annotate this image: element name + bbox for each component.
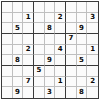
cell-r2c7-empty[interactable]: [66, 13, 77, 24]
cell-r6c9-empty[interactable]: [87, 55, 98, 66]
cell-r9c2-given-9[interactable]: 9: [13, 87, 24, 98]
cell-r5c8-empty[interactable]: [77, 45, 88, 56]
cell-r5c6-given-4[interactable]: 4: [55, 45, 66, 56]
cell-r6c7-empty[interactable]: [66, 55, 77, 66]
cell-r6c1-empty[interactable]: [2, 55, 13, 66]
cell-r6c3-empty[interactable]: [23, 55, 34, 66]
cell-r7c5-empty[interactable]: [45, 66, 56, 77]
cell-r5c5-empty[interactable]: [45, 45, 56, 56]
cell-r7c2-empty[interactable]: [13, 66, 24, 77]
cell-r7c9-empty[interactable]: [87, 66, 98, 77]
cell-r9c8-given-8[interactable]: 8: [77, 87, 88, 98]
cell-r6c5-given-9[interactable]: 9: [45, 55, 56, 66]
cell-r3c7-empty[interactable]: [66, 23, 77, 34]
cell-r2c4-empty[interactable]: [34, 13, 45, 24]
cell-r7c8-empty[interactable]: [77, 66, 88, 77]
cell-r2c3-given-1[interactable]: 1: [23, 13, 34, 24]
cell-r3c4-empty[interactable]: [34, 23, 45, 34]
cell-r1c4-empty[interactable]: [34, 2, 45, 13]
cell-r9c3-empty[interactable]: [23, 87, 34, 98]
cell-r8c4-empty[interactable]: [34, 77, 45, 88]
cell-r1c7-empty[interactable]: [66, 2, 77, 13]
cell-r3c8-given-9[interactable]: 9: [77, 23, 88, 34]
cell-r2c6-given-2[interactable]: 2: [55, 13, 66, 24]
cell-r7c4-given-5[interactable]: 5: [34, 66, 45, 77]
cell-r6c4-empty[interactable]: [34, 55, 45, 66]
cell-r3c1-empty[interactable]: [2, 23, 13, 34]
cell-r9c9-empty[interactable]: [87, 87, 98, 98]
cell-r4c9-empty[interactable]: [87, 34, 98, 45]
cell-r1c2-empty[interactable]: [13, 2, 24, 13]
cell-r9c7-empty[interactable]: [66, 87, 77, 98]
cell-r9c6-empty[interactable]: [55, 87, 66, 98]
cell-r8c8-empty[interactable]: [77, 77, 88, 88]
cell-r1c1-empty[interactable]: [2, 2, 13, 13]
cell-r2c9-given-3[interactable]: 3: [87, 13, 98, 24]
cell-r6c2-given-8[interactable]: 8: [13, 55, 24, 66]
cell-r1c6-empty[interactable]: [55, 2, 66, 13]
cell-r3c5-given-8[interactable]: 8: [45, 23, 56, 34]
cell-r1c3-empty[interactable]: [23, 2, 34, 13]
cell-r5c3-given-2[interactable]: 2: [23, 45, 34, 56]
cell-r5c1-empty[interactable]: [2, 45, 13, 56]
cell-r8c1-empty[interactable]: [2, 77, 13, 88]
cell-r8c6-given-1[interactable]: 1: [55, 77, 66, 88]
cell-r8c3-given-7[interactable]: 7: [23, 77, 34, 88]
cell-r8c9-given-2[interactable]: 2: [87, 77, 98, 88]
cell-r3c2-given-5[interactable]: 5: [13, 23, 24, 34]
cell-r9c1-empty[interactable]: [2, 87, 13, 98]
cell-r2c1-empty[interactable]: [2, 13, 13, 24]
cell-r7c3-empty[interactable]: [23, 66, 34, 77]
cell-r5c2-empty[interactable]: [13, 45, 24, 56]
cell-r1c8-empty[interactable]: [77, 2, 88, 13]
cell-r2c5-empty[interactable]: [45, 13, 56, 24]
cell-r2c2-empty[interactable]: [13, 13, 24, 24]
cell-r5c7-empty[interactable]: [66, 45, 77, 56]
cell-r3c3-empty[interactable]: [23, 23, 34, 34]
cell-r3c9-empty[interactable]: [87, 23, 98, 34]
cell-r7c6-empty[interactable]: [55, 66, 66, 77]
cell-r5c4-empty[interactable]: [34, 45, 45, 56]
cell-r4c1-empty[interactable]: [2, 34, 13, 45]
cell-r4c5-empty[interactable]: [45, 34, 56, 45]
cell-r8c5-empty[interactable]: [45, 77, 56, 88]
cell-r5c9-given-1[interactable]: 1: [87, 45, 98, 56]
cell-r4c2-empty[interactable]: [13, 34, 24, 45]
cell-r7c7-empty[interactable]: [66, 66, 77, 77]
cell-r9c4-empty[interactable]: [34, 87, 45, 98]
cell-r4c4-empty[interactable]: [34, 34, 45, 45]
cell-r6c8-given-5[interactable]: 5: [77, 55, 88, 66]
cell-r8c7-empty[interactable]: [66, 77, 77, 88]
cell-r8c2-empty[interactable]: [13, 77, 24, 88]
cell-r9c5-given-3[interactable]: 3: [45, 87, 56, 98]
cell-r4c6-empty[interactable]: [55, 34, 66, 45]
cell-r3c6-empty[interactable]: [55, 23, 66, 34]
cell-r7c1-empty[interactable]: [2, 66, 13, 77]
cell-r4c7-given-7[interactable]: 7: [66, 34, 77, 45]
sudoku-board: 12358972418955712938: [1, 1, 99, 99]
cell-r1c5-empty[interactable]: [45, 2, 56, 13]
cell-r4c3-empty[interactable]: [23, 34, 34, 45]
cell-r2c8-empty[interactable]: [77, 13, 88, 24]
cell-r6c6-empty[interactable]: [55, 55, 66, 66]
cell-r4c8-empty[interactable]: [77, 34, 88, 45]
cell-r1c9-empty[interactable]: [87, 2, 98, 13]
